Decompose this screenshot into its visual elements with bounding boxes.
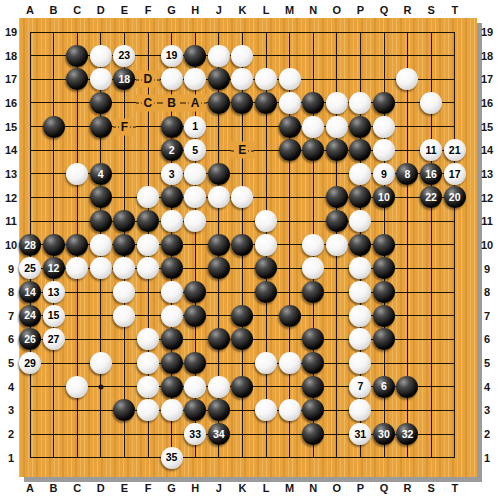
board-point[interactable] [160,304,184,328]
board-point[interactable] [207,375,231,399]
board-point[interactable] [349,351,373,375]
white-stone[interactable]: 35 [161,447,183,469]
board-point[interactable] [349,209,373,233]
board-point[interactable] [113,138,137,162]
board-point[interactable] [396,138,420,162]
board-point[interactable] [301,351,325,375]
board-point[interactable]: 33 [183,422,207,446]
board-point[interactable] [18,20,42,44]
white-stone[interactable] [373,139,395,161]
white-stone[interactable]: 13 [43,281,65,303]
board-point[interactable] [42,138,66,162]
board-point[interactable] [207,138,231,162]
black-stone[interactable] [161,186,183,208]
white-stone[interactable] [279,352,301,374]
board-point[interactable] [396,44,420,68]
black-stone[interactable] [302,139,324,161]
board-point[interactable] [65,209,89,233]
board-point[interactable] [443,233,467,257]
board-point[interactable] [372,304,396,328]
board-point[interactable] [419,328,443,352]
board-point[interactable] [349,67,373,91]
board-point[interactable] [113,20,137,44]
board-point[interactable] [396,280,420,304]
white-stone[interactable] [184,376,206,398]
black-stone[interactable] [66,45,88,67]
board-point[interactable] [42,162,66,186]
board-point[interactable] [183,67,207,91]
board-point[interactable]: 15 [42,304,66,328]
board-point[interactable] [231,233,255,257]
board-point[interactable] [443,67,467,91]
board-point[interactable] [349,186,373,210]
board-point[interactable] [325,67,349,91]
board-point[interactable]: 9 [372,162,396,186]
black-stone[interactable] [208,92,230,114]
board-point[interactable] [231,162,255,186]
board-point[interactable] [443,304,467,328]
white-stone[interactable]: 33 [184,423,206,445]
board-point[interactable] [325,375,349,399]
board-point[interactable] [443,91,467,115]
board-point[interactable] [349,398,373,422]
board-point[interactable] [18,91,42,115]
board-point[interactable] [396,398,420,422]
board-point[interactable] [207,351,231,375]
white-stone[interactable] [279,68,301,90]
board-point[interactable] [89,351,113,375]
board-point[interactable] [136,375,160,399]
board-point[interactable] [278,257,302,281]
board-point[interactable] [207,446,231,470]
black-stone[interactable] [302,92,324,114]
board-point[interactable] [254,446,278,470]
black-stone[interactable] [43,234,65,256]
black-stone[interactable]: 22 [420,186,442,208]
board-point[interactable] [301,375,325,399]
board-point[interactable] [42,20,66,44]
board-point[interactable] [65,67,89,91]
black-stone[interactable] [66,68,88,90]
board-point[interactable] [183,351,207,375]
board-point[interactable] [18,422,42,446]
board-point[interactable] [65,398,89,422]
board-point[interactable] [89,115,113,139]
board-point[interactable]: 20 [443,186,467,210]
white-stone[interactable]: 31 [349,423,371,445]
board-point[interactable] [65,280,89,304]
black-stone[interactable] [113,234,135,256]
white-stone[interactable] [326,234,348,256]
black-stone[interactable] [302,376,324,398]
board-point[interactable] [301,186,325,210]
board-point[interactable] [301,67,325,91]
board-point[interactable] [396,186,420,210]
black-stone[interactable] [161,234,183,256]
board-point[interactable]: 29 [18,351,42,375]
black-stone[interactable]: 14 [19,281,41,303]
white-stone[interactable] [349,92,371,114]
board-point[interactable]: A [183,91,207,115]
white-stone[interactable] [66,163,88,185]
board-point[interactable] [160,20,184,44]
white-stone[interactable] [137,376,159,398]
black-stone[interactable] [113,210,135,232]
black-stone[interactable] [373,328,395,350]
board-point[interactable] [18,162,42,186]
board-point[interactable]: 27 [42,328,66,352]
white-stone[interactable] [279,399,301,421]
white-stone[interactable] [326,116,348,138]
white-stone[interactable]: 15 [43,305,65,327]
board-point[interactable] [42,422,66,446]
board-point[interactable] [160,328,184,352]
board-point[interactable] [160,375,184,399]
black-stone[interactable] [90,186,112,208]
board-point[interactable]: 13 [42,280,66,304]
board-point[interactable] [207,257,231,281]
board-point[interactable] [443,328,467,352]
board-point[interactable] [113,422,137,446]
board-point[interactable] [136,233,160,257]
board-point[interactable] [278,186,302,210]
board-point[interactable] [396,233,420,257]
board-point[interactable] [136,138,160,162]
white-stone[interactable] [420,92,442,114]
board-point[interactable] [278,351,302,375]
white-stone[interactable] [90,234,112,256]
board-point[interactable] [183,398,207,422]
white-stone[interactable] [302,116,324,138]
board-point[interactable] [278,20,302,44]
board-point[interactable] [160,67,184,91]
board-point[interactable] [325,233,349,257]
board-point[interactable] [207,209,231,233]
black-stone[interactable] [349,139,371,161]
board-point[interactable]: B [160,91,184,115]
white-stone[interactable] [137,328,159,350]
board-point[interactable] [301,44,325,68]
white-stone[interactable] [161,68,183,90]
board-point[interactable] [443,257,467,281]
board-point[interactable] [325,304,349,328]
black-stone[interactable]: 12 [43,257,65,279]
board-point[interactable] [113,328,137,352]
black-stone[interactable] [43,116,65,138]
board-point[interactable]: 34 [207,422,231,446]
board-point[interactable]: 31 [349,422,373,446]
board-point[interactable] [372,91,396,115]
board-point[interactable] [372,328,396,352]
white-stone[interactable] [208,376,230,398]
board-point[interactable] [89,233,113,257]
board-point[interactable] [18,115,42,139]
board-point[interactable] [136,280,160,304]
white-stone[interactable]: 29 [19,352,41,374]
white-stone[interactable] [137,352,159,374]
board-point[interactable] [443,398,467,422]
board-point[interactable] [254,351,278,375]
black-stone[interactable] [255,92,277,114]
board-point[interactable] [207,67,231,91]
white-stone[interactable] [66,257,88,279]
board-point[interactable] [89,44,113,68]
board-point[interactable]: 10 [372,186,396,210]
board-point[interactable] [183,446,207,470]
board-point[interactable] [278,67,302,91]
board-point[interactable] [89,398,113,422]
black-stone[interactable] [184,305,206,327]
black-stone[interactable]: 10 [373,186,395,208]
board-point[interactable] [278,280,302,304]
board-point[interactable] [42,375,66,399]
black-stone[interactable] [373,305,395,327]
board-point[interactable]: 12 [42,257,66,281]
board-point[interactable] [160,422,184,446]
board-point[interactable] [89,328,113,352]
white-stone[interactable] [349,352,371,374]
board-point[interactable] [254,422,278,446]
board-point[interactable]: 2 [160,138,184,162]
board-point[interactable] [396,351,420,375]
white-stone[interactable] [184,210,206,232]
board-point[interactable] [278,304,302,328]
board-point[interactable] [254,209,278,233]
board-point[interactable] [301,209,325,233]
board-point[interactable] [231,422,255,446]
board-point[interactable] [136,162,160,186]
board-point[interactable] [231,20,255,44]
board-point[interactable] [136,257,160,281]
board-point[interactable] [207,304,231,328]
board-point[interactable] [396,257,420,281]
white-stone[interactable] [349,399,371,421]
white-stone[interactable] [349,257,371,279]
white-stone[interactable] [90,68,112,90]
board-point[interactable] [278,398,302,422]
white-stone[interactable] [137,234,159,256]
board-point[interactable] [65,375,89,399]
board-point[interactable]: 35 [160,446,184,470]
white-stone[interactable]: 21 [444,139,466,161]
board-point[interactable] [325,44,349,68]
white-stone[interactable] [349,328,371,350]
board-point[interactable] [183,20,207,44]
board-point[interactable] [89,209,113,233]
white-stone[interactable] [66,376,88,398]
board-point[interactable] [443,351,467,375]
board-point[interactable]: 1 [183,115,207,139]
board-point[interactable] [42,186,66,210]
board-point[interactable] [372,446,396,470]
board-point[interactable] [419,351,443,375]
board-point[interactable] [183,209,207,233]
board-point[interactable] [89,280,113,304]
black-stone[interactable]: 18 [113,68,135,90]
board-point[interactable] [419,67,443,91]
board-point[interactable] [349,44,373,68]
board-point[interactable] [113,351,137,375]
board-point[interactable] [113,375,137,399]
board-point[interactable]: 32 [396,422,420,446]
board-point[interactable] [443,280,467,304]
white-stone[interactable] [161,210,183,232]
white-stone[interactable]: 17 [444,163,466,185]
board-point[interactable] [278,138,302,162]
white-stone[interactable] [90,45,112,67]
board-point[interactable] [396,115,420,139]
black-stone[interactable] [161,352,183,374]
white-stone[interactable] [255,210,277,232]
black-stone[interactable]: 26 [19,328,41,350]
black-stone[interactable] [161,116,183,138]
black-stone[interactable] [184,352,206,374]
board-point[interactable] [42,446,66,470]
board-point[interactable] [301,398,325,422]
board-point[interactable] [349,304,373,328]
board-point[interactable] [349,328,373,352]
board-point[interactable] [113,446,137,470]
board-point[interactable]: 19 [160,44,184,68]
white-stone[interactable] [208,45,230,67]
board-point[interactable] [419,91,443,115]
board-point[interactable] [65,257,89,281]
black-stone[interactable] [208,163,230,185]
black-stone[interactable] [90,210,112,232]
black-stone[interactable] [326,139,348,161]
black-stone[interactable] [184,45,206,67]
board-point[interactable] [113,280,137,304]
black-stone[interactable]: 4 [90,163,112,185]
board-point[interactable] [372,257,396,281]
board-point[interactable] [419,209,443,233]
board-point[interactable] [301,304,325,328]
board-point[interactable] [301,257,325,281]
board-point[interactable]: 28 [18,233,42,257]
white-stone[interactable] [208,186,230,208]
board-point[interactable] [65,304,89,328]
black-stone[interactable]: 8 [396,163,418,185]
board-point[interactable] [278,328,302,352]
board-point[interactable] [396,446,420,470]
board-point[interactable] [254,67,278,91]
black-stone[interactable] [396,376,418,398]
white-stone[interactable] [326,92,348,114]
board-point[interactable] [231,280,255,304]
board-point[interactable] [136,422,160,446]
board-point[interactable] [419,398,443,422]
board-point[interactable] [136,186,160,210]
board-point[interactable] [278,162,302,186]
board-point[interactable] [207,44,231,68]
board-point[interactable] [325,280,349,304]
board-point[interactable] [325,115,349,139]
black-stone[interactable]: 2 [161,139,183,161]
board-point[interactable] [42,233,66,257]
board-point[interactable] [113,233,137,257]
black-stone[interactable] [161,257,183,279]
black-stone[interactable] [349,186,371,208]
white-stone[interactable] [349,163,371,185]
board-point[interactable] [89,91,113,115]
white-stone[interactable]: 19 [161,45,183,67]
board-point[interactable] [254,91,278,115]
board-point[interactable] [278,446,302,470]
board-point[interactable] [231,375,255,399]
board-point[interactable] [231,186,255,210]
board-point[interactable]: 23 [113,44,137,68]
black-stone[interactable] [302,399,324,421]
white-stone[interactable]: 5 [184,139,206,161]
board-point[interactable] [419,304,443,328]
white-stone[interactable]: 25 [19,257,41,279]
board-point[interactable] [160,280,184,304]
white-stone[interactable] [231,45,253,67]
board-point[interactable]: 30 [372,422,396,446]
board-point[interactable] [325,257,349,281]
board-point[interactable] [396,375,420,399]
board-point[interactable] [325,398,349,422]
board-point[interactable] [372,351,396,375]
board-point[interactable] [301,422,325,446]
board-point[interactable] [419,422,443,446]
black-stone[interactable] [326,210,348,232]
board-point[interactable]: E [231,138,255,162]
board-point[interactable] [419,257,443,281]
board-point[interactable] [42,91,66,115]
board-point[interactable] [65,351,89,375]
board-point[interactable] [254,398,278,422]
board-point[interactable] [89,138,113,162]
board-point[interactable] [160,233,184,257]
board-point[interactable] [372,67,396,91]
board-point[interactable] [89,422,113,446]
board-point[interactable] [160,186,184,210]
board-point[interactable] [372,233,396,257]
board-point[interactable] [372,138,396,162]
board-point[interactable] [301,115,325,139]
board-point[interactable] [325,186,349,210]
black-stone[interactable] [326,186,348,208]
board-point[interactable] [396,67,420,91]
black-stone[interactable] [161,328,183,350]
white-stone[interactable] [255,234,277,256]
board-point[interactable] [349,257,373,281]
board-point[interactable] [419,375,443,399]
black-stone[interactable] [208,257,230,279]
black-stone[interactable] [279,116,301,138]
board-point[interactable] [254,375,278,399]
board-point[interactable] [396,304,420,328]
board-point[interactable] [254,20,278,44]
black-stone[interactable] [161,376,183,398]
board-point[interactable] [18,375,42,399]
black-stone[interactable] [279,305,301,327]
board-point[interactable] [372,115,396,139]
white-stone[interactable] [255,399,277,421]
board-point[interactable] [136,446,160,470]
board-point[interactable] [183,280,207,304]
black-stone[interactable] [349,234,371,256]
black-stone[interactable] [302,423,324,445]
board-point[interactable]: 4 [89,162,113,186]
board-point[interactable] [65,138,89,162]
board-point[interactable]: 21 [443,138,467,162]
board-point[interactable] [18,209,42,233]
white-stone[interactable] [184,186,206,208]
board-point[interactable] [113,304,137,328]
black-stone[interactable] [231,92,253,114]
